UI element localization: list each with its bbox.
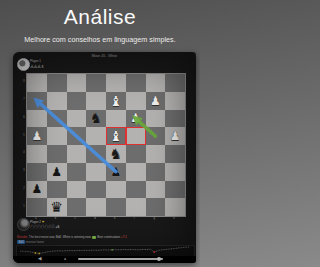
square-g1[interactable] xyxy=(146,198,166,216)
square-g6[interactable] xyxy=(146,110,166,128)
page-subtitle: Melhore com conselhos em linguagem simpl… xyxy=(0,35,200,44)
captured-pieces-bottom: ♟♟♟♟♟♝♜ +6 xyxy=(30,224,59,229)
analysis-comment: Blunder. The best move was Bd4. White is… xyxy=(17,235,193,239)
square-b8[interactable] xyxy=(47,74,67,92)
square-f5[interactable] xyxy=(126,127,146,145)
square-h6[interactable] xyxy=(165,110,185,128)
square-d1[interactable] xyxy=(86,198,106,216)
square-g2[interactable] xyxy=(146,181,166,199)
white-piece-h5: ♟ xyxy=(170,130,181,142)
square-g7[interactable]: ♟ xyxy=(146,92,166,110)
square-c7[interactable] xyxy=(67,92,87,110)
square-h8[interactable] xyxy=(165,74,185,92)
square-f4[interactable] xyxy=(126,145,146,163)
white-piece-a5: ♟ xyxy=(31,130,42,142)
square-g8[interactable] xyxy=(146,74,166,92)
black-piece-d6: ♞ xyxy=(90,111,103,125)
square-f3[interactable] xyxy=(126,163,146,181)
square-f2[interactable] xyxy=(126,181,146,199)
rank-label-1: 1 xyxy=(22,205,26,208)
square-a2[interactable]: ♟ xyxy=(27,181,47,199)
black-piece-b3: ♟ xyxy=(51,166,62,178)
square-a1[interactable] xyxy=(27,198,47,216)
file-label-e: e xyxy=(114,217,115,220)
move-header: Move 45 - White xyxy=(13,54,196,58)
square-c2[interactable] xyxy=(67,181,87,199)
square-g3[interactable] xyxy=(146,163,166,181)
square-e1[interactable] xyxy=(106,198,126,216)
square-e5[interactable]: ♝ xyxy=(106,127,126,145)
square-d2[interactable] xyxy=(86,181,106,199)
square-a7[interactable] xyxy=(27,92,47,110)
rank-label-4: 4 xyxy=(22,151,26,154)
square-b6[interactable] xyxy=(47,110,67,128)
square-h3[interactable] xyxy=(165,163,185,181)
square-c1[interactable] xyxy=(67,198,87,216)
square-h2[interactable] xyxy=(165,181,185,199)
square-f6[interactable]: ♟ xyxy=(126,110,146,128)
square-d4[interactable] xyxy=(86,145,106,163)
square-b1[interactable]: ♛ xyxy=(47,198,67,216)
square-c5[interactable] xyxy=(67,127,87,145)
square-c8[interactable] xyxy=(67,74,87,92)
white-piece-g7: ♟ xyxy=(150,95,161,107)
progress-slider[interactable] xyxy=(78,258,163,260)
player-avatar[interactable] xyxy=(17,218,30,231)
square-a6[interactable] xyxy=(27,110,47,128)
white-piece-e7: ♝ xyxy=(110,94,123,108)
file-label-g: g xyxy=(153,217,154,220)
material-count: +6 xyxy=(56,225,60,229)
square-f7[interactable] xyxy=(126,92,146,110)
square-h4[interactable] xyxy=(165,145,185,163)
rank-label-8: 8 xyxy=(22,80,26,83)
dot-icon[interactable]: ● xyxy=(64,258,66,262)
square-a3[interactable] xyxy=(27,163,47,181)
white-piece-f6: ♟ xyxy=(130,112,141,124)
square-f1[interactable] xyxy=(126,198,146,216)
opponent-avatar[interactable] xyxy=(17,58,30,71)
white-piece-e5: ♝ xyxy=(110,129,123,143)
black-piece-a2: ♟ xyxy=(31,183,42,195)
square-d6[interactable]: ♞ xyxy=(86,110,106,128)
square-e2[interactable] xyxy=(106,181,126,199)
black-piece-b1: ♛ xyxy=(50,200,63,214)
square-e6[interactable] xyxy=(106,110,126,128)
suggested-move-row: Bd4 mostrar lance xyxy=(17,240,44,244)
square-a8[interactable] xyxy=(27,74,47,92)
rank-label-6: 6 xyxy=(22,116,26,119)
playback-bar: ◀ ● xyxy=(13,256,196,264)
chess-board[interactable]: ♝♟♞♟♟♝♟♞♟♟♟♛ xyxy=(26,73,186,217)
slider-handle[interactable] xyxy=(157,257,161,261)
square-b4[interactable] xyxy=(47,145,67,163)
square-d8[interactable] xyxy=(86,74,106,92)
back-icon[interactable]: ◀ xyxy=(38,257,41,262)
square-a5[interactable]: ♟ xyxy=(27,127,47,145)
square-b2[interactable] xyxy=(47,181,67,199)
black-piece-e3: ♟ xyxy=(110,166,121,178)
file-label-a: a xyxy=(35,217,36,220)
square-b7[interactable] xyxy=(47,92,67,110)
square-h7[interactable] xyxy=(165,92,185,110)
square-e3[interactable]: ♟ xyxy=(106,163,126,181)
square-h5[interactable]: ♟ xyxy=(165,127,185,145)
square-c6[interactable] xyxy=(67,110,87,128)
square-d7[interactable] xyxy=(86,92,106,110)
black-piece-e4: ♞ xyxy=(110,147,123,161)
rank-label-5: 5 xyxy=(22,134,26,137)
square-b3[interactable]: ♟ xyxy=(47,163,67,181)
rank-label-7: 7 xyxy=(22,98,26,101)
file-label-c: c xyxy=(74,217,75,220)
file-label-b: b xyxy=(55,217,56,220)
square-g5[interactable] xyxy=(146,127,166,145)
square-e7[interactable]: ♝ xyxy=(106,92,126,110)
file-label-f: f xyxy=(134,217,135,220)
opponent-name: Player 1 xyxy=(30,59,41,63)
file-label-d: d xyxy=(94,217,95,220)
square-c4[interactable] xyxy=(67,145,87,163)
square-e4[interactable]: ♞ xyxy=(106,145,126,163)
square-d3[interactable] xyxy=(86,163,106,181)
square-d5[interactable] xyxy=(86,127,106,145)
page-title: Análise xyxy=(0,5,200,29)
rank-label-3: 3 xyxy=(22,169,26,172)
suggested-move-chip[interactable]: Bd4 xyxy=(17,240,25,244)
captured-pieces-top: ♙♙♙♗ xyxy=(30,64,44,69)
square-c3[interactable] xyxy=(67,163,87,181)
square-h1[interactable] xyxy=(165,198,185,216)
square-e8[interactable] xyxy=(106,74,126,92)
square-b5[interactable] xyxy=(47,127,67,145)
file-label-h: h xyxy=(173,217,174,220)
app-screenshot: Move 45 - White Player 1 ♙♙♙♗ ♝♟♞♟♟♝♟♞♟♟… xyxy=(13,52,196,263)
square-a4[interactable] xyxy=(27,145,47,163)
square-g4[interactable] xyxy=(146,145,166,163)
square-f8[interactable] xyxy=(126,74,146,92)
rank-label-2: 2 xyxy=(22,187,26,190)
